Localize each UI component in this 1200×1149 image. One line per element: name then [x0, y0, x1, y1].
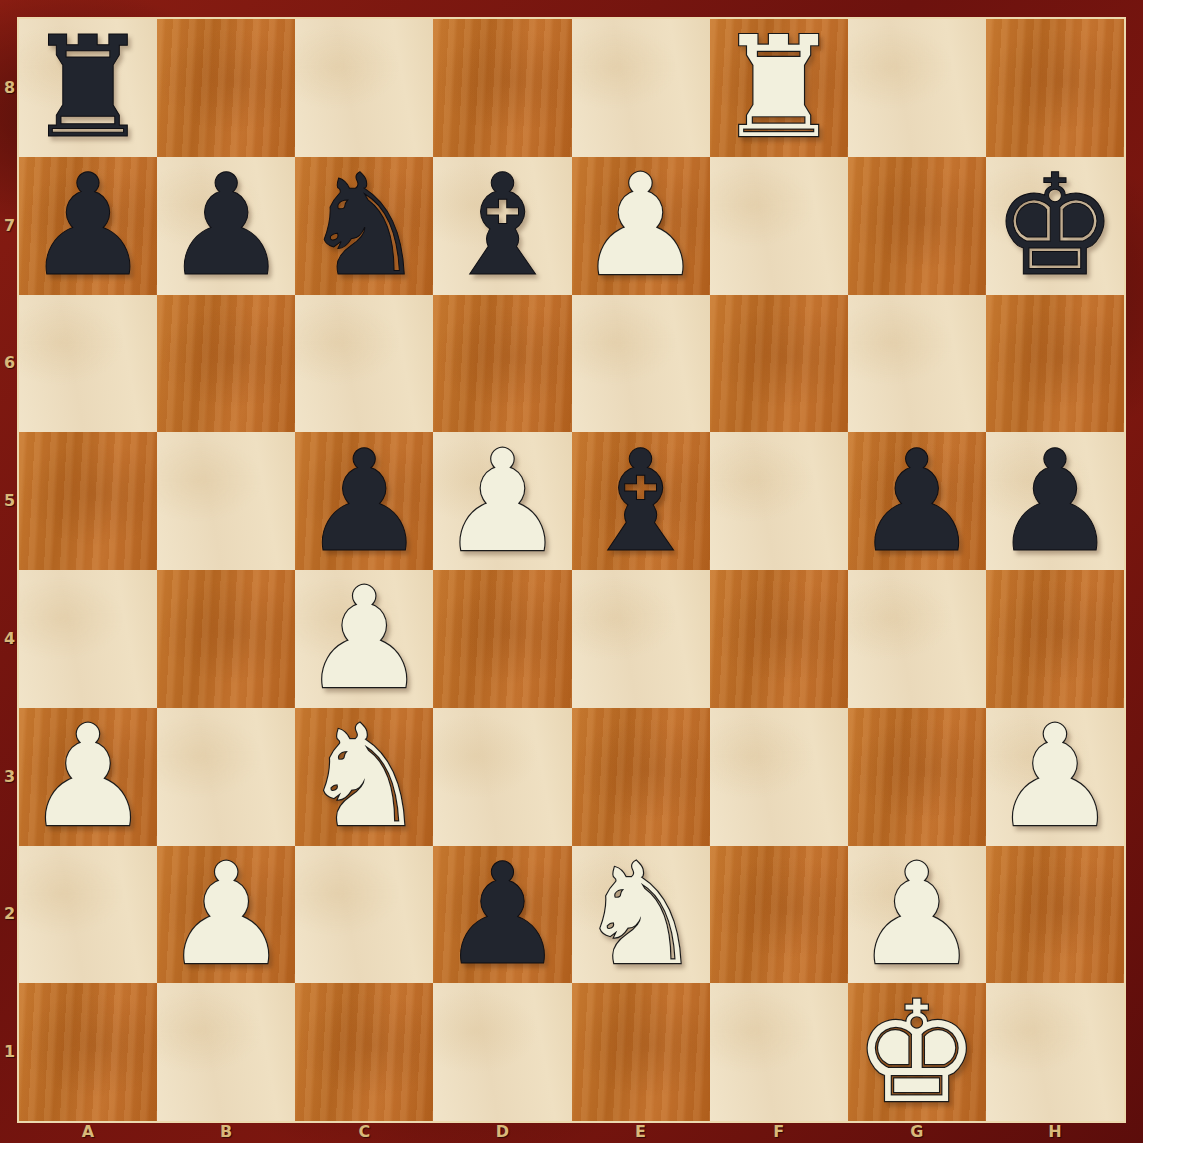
board-grid: ♜♜♟♟♞♝♟♚♟♟♝♟♟♟♟♞♟♟♟♞♟♚ [19, 19, 1124, 1121]
square-b1[interactable] [157, 983, 295, 1121]
piece-white-pawn[interactable]: ♟ [163, 846, 289, 983]
square-f4[interactable] [710, 570, 848, 708]
file-label-e: E [572, 1121, 710, 1143]
square-h5[interactable]: ♟ [986, 432, 1124, 570]
file-label-f: F [710, 1121, 848, 1143]
rank-label-2: 2 [0, 905, 19, 923]
square-h1[interactable] [986, 983, 1124, 1121]
piece-white-pawn[interactable]: ♟ [854, 846, 980, 983]
square-f1[interactable] [710, 983, 848, 1121]
piece-white-king[interactable]: ♚ [854, 984, 980, 1121]
piece-white-pawn[interactable]: ♟ [992, 708, 1118, 845]
square-e4[interactable] [572, 570, 710, 708]
square-a3[interactable]: ♟ [19, 708, 157, 846]
chess-board: ♜♜♟♟♞♝♟♚♟♟♝♟♟♟♟♞♟♟♟♞♟♚ 87654321ABCDEFGH [0, 0, 1143, 1143]
square-c8[interactable] [295, 19, 433, 157]
piece-black-bishop[interactable]: ♝ [578, 433, 704, 570]
file-label-a: A [19, 1121, 157, 1143]
rank-label-5: 5 [0, 492, 19, 510]
file-label-c: C [295, 1121, 433, 1143]
rank-label-6: 6 [0, 354, 19, 372]
square-g6[interactable] [848, 295, 986, 433]
rank-label-3: 3 [0, 768, 19, 786]
square-h7[interactable]: ♚ [986, 157, 1124, 295]
square-c3[interactable]: ♞ [295, 708, 433, 846]
square-e2[interactable]: ♞ [572, 846, 710, 984]
rank-label-4: 4 [0, 630, 19, 648]
rank-label-7: 7 [0, 217, 19, 235]
square-g3[interactable] [848, 708, 986, 846]
piece-black-king[interactable]: ♚ [992, 157, 1118, 294]
square-g8[interactable] [848, 19, 986, 157]
square-a1[interactable] [19, 983, 157, 1121]
square-d1[interactable] [433, 983, 571, 1121]
piece-black-pawn[interactable]: ♟ [163, 157, 289, 294]
piece-black-pawn[interactable]: ♟ [854, 433, 980, 570]
square-b7[interactable]: ♟ [157, 157, 295, 295]
square-a5[interactable] [19, 432, 157, 570]
square-g5[interactable]: ♟ [848, 432, 986, 570]
rank-label-8: 8 [0, 79, 19, 97]
square-b6[interactable] [157, 295, 295, 433]
square-b5[interactable] [157, 432, 295, 570]
square-d8[interactable] [433, 19, 571, 157]
square-e7[interactable]: ♟ [572, 157, 710, 295]
square-e5[interactable]: ♝ [572, 432, 710, 570]
square-h2[interactable] [986, 846, 1124, 984]
square-d4[interactable] [433, 570, 571, 708]
square-c7[interactable]: ♞ [295, 157, 433, 295]
square-d7[interactable]: ♝ [433, 157, 571, 295]
rank-label-1: 1 [0, 1043, 19, 1061]
piece-black-pawn[interactable]: ♟ [302, 433, 428, 570]
square-a4[interactable] [19, 570, 157, 708]
square-h6[interactable] [986, 295, 1124, 433]
square-b3[interactable] [157, 708, 295, 846]
square-d6[interactable] [433, 295, 571, 433]
piece-black-bishop[interactable]: ♝ [440, 157, 566, 294]
piece-white-pawn[interactable]: ♟ [440, 433, 566, 570]
piece-white-pawn[interactable]: ♟ [302, 570, 428, 707]
square-c4[interactable]: ♟ [295, 570, 433, 708]
square-c2[interactable] [295, 846, 433, 984]
square-h3[interactable]: ♟ [986, 708, 1124, 846]
square-e3[interactable] [572, 708, 710, 846]
square-f7[interactable] [710, 157, 848, 295]
square-f6[interactable] [710, 295, 848, 433]
page: ♜♜♟♟♞♝♟♚♟♟♝♟♟♟♟♞♟♟♟♞♟♚ 87654321ABCDEFGH [0, 0, 1200, 1149]
square-d3[interactable] [433, 708, 571, 846]
square-e8[interactable] [572, 19, 710, 157]
piece-black-pawn[interactable]: ♟ [440, 846, 566, 983]
piece-black-pawn[interactable]: ♟ [25, 157, 151, 294]
square-a8[interactable]: ♜ [19, 19, 157, 157]
square-e6[interactable] [572, 295, 710, 433]
file-label-g: G [848, 1121, 986, 1143]
piece-white-rook[interactable]: ♜ [716, 19, 842, 156]
piece-white-knight[interactable]: ♞ [302, 708, 428, 845]
piece-white-pawn[interactable]: ♟ [25, 708, 151, 845]
square-a7[interactable]: ♟ [19, 157, 157, 295]
piece-black-knight[interactable]: ♞ [302, 157, 428, 294]
square-b8[interactable] [157, 19, 295, 157]
file-label-d: D [433, 1121, 571, 1143]
square-f2[interactable] [710, 846, 848, 984]
square-f8[interactable]: ♜ [710, 19, 848, 157]
piece-black-pawn[interactable]: ♟ [992, 433, 1118, 570]
square-a6[interactable] [19, 295, 157, 433]
square-h8[interactable] [986, 19, 1124, 157]
square-g1[interactable]: ♚ [848, 983, 986, 1121]
square-c6[interactable] [295, 295, 433, 433]
file-label-b: B [157, 1121, 295, 1143]
square-c5[interactable]: ♟ [295, 432, 433, 570]
square-f5[interactable] [710, 432, 848, 570]
square-b2[interactable]: ♟ [157, 846, 295, 984]
square-c1[interactable] [295, 983, 433, 1121]
file-label-h: H [986, 1121, 1124, 1143]
piece-black-rook[interactable]: ♜ [25, 19, 151, 156]
square-e1[interactable] [572, 983, 710, 1121]
square-g7[interactable] [848, 157, 986, 295]
square-d2[interactable]: ♟ [433, 846, 571, 984]
square-g4[interactable] [848, 570, 986, 708]
square-g2[interactable]: ♟ [848, 846, 986, 984]
piece-white-pawn[interactable]: ♟ [578, 157, 704, 294]
square-h4[interactable] [986, 570, 1124, 708]
square-a2[interactable] [19, 846, 157, 984]
square-f3[interactable] [710, 708, 848, 846]
square-d5[interactable]: ♟ [433, 432, 571, 570]
piece-white-knight[interactable]: ♞ [578, 846, 704, 983]
square-b4[interactable] [157, 570, 295, 708]
